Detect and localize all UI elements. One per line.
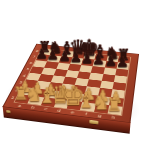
square-f5 [89, 73, 103, 81]
rank-label-6: 6 [27, 61, 36, 65]
chess-board: ♜♞♝♛♚♝♞♜♟♟♟♟♟♟♟♟♟♟♟♟♟♟♟♟♜♞♝♛♚♝♞♜ abcdefg… [2, 44, 139, 123]
piece-black-pawn: ♟ [116, 55, 129, 69]
square-h1: ♜ [107, 105, 122, 115]
brass-hinge-icon [133, 88, 134, 93]
piece-white-rook: ♜ [106, 96, 122, 114]
rank-label-4: 4 [20, 74, 29, 78]
piece-black-pawn: ♟ [93, 53, 105, 67]
brass-hinge-icon [7, 110, 11, 113]
chess-set-photo: ♜♞♝♛♚♝♞♜♟♟♟♟♟♟♟♟♟♟♟♟♟♟♟♟♜♞♝♛♚♝♞♜ abcdefg… [0, 0, 150, 150]
piece-black-pawn: ♟ [47, 48, 59, 62]
square-h7: ♟ [116, 62, 129, 70]
brass-latch-icon [89, 120, 98, 125]
piece-black-pawn: ♟ [104, 54, 117, 68]
